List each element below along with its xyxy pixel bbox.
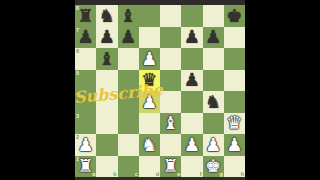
piece-white-pawn-a2[interactable]: ♟ xyxy=(75,134,96,156)
square-f5[interactable]: ♟ xyxy=(181,70,202,92)
square-c6[interactable] xyxy=(118,48,139,70)
rank-label-1: 1 xyxy=(76,156,79,162)
square-f6[interactable] xyxy=(181,48,202,70)
square-e4[interactable] xyxy=(160,91,181,113)
square-a5[interactable]: 5 xyxy=(75,70,96,92)
left-letterbox-bar xyxy=(0,0,75,180)
piece-black-pawn-f7[interactable]: ♟ xyxy=(181,27,202,49)
square-b5[interactable] xyxy=(96,70,117,92)
square-g8[interactable] xyxy=(203,5,224,27)
square-f1[interactable]: f xyxy=(181,156,202,178)
square-g5[interactable] xyxy=(203,70,224,92)
square-d4[interactable]: ♟ xyxy=(139,91,160,113)
square-b7[interactable]: ♟ xyxy=(96,27,117,49)
square-f2[interactable]: ♟ xyxy=(181,134,202,156)
square-f8[interactable] xyxy=(181,5,202,27)
square-f4[interactable] xyxy=(181,91,202,113)
square-f7[interactable]: ♟ xyxy=(181,27,202,49)
rank-label-7: 7 xyxy=(76,27,79,33)
piece-black-pawn-f5[interactable]: ♟ xyxy=(181,70,202,92)
square-g4[interactable]: ♞ xyxy=(203,91,224,113)
square-e2[interactable] xyxy=(160,134,181,156)
square-d3[interactable] xyxy=(139,113,160,135)
square-e6[interactable] xyxy=(160,48,181,70)
rank-label-6: 6 xyxy=(76,48,79,54)
right-letterbox-bar xyxy=(245,0,320,180)
square-h6[interactable] xyxy=(224,48,245,70)
square-b2[interactable] xyxy=(96,134,117,156)
square-d7[interactable] xyxy=(139,27,160,49)
file-label-g: g xyxy=(219,171,222,177)
chess-board[interactable]: 8♜♞♝♚7♟♟♟♟♟6♝♟5♛♟4♟♞3♝♛2♟♞♟♟♟1a♜bcde♜fg♚… xyxy=(75,5,245,177)
piece-white-rook-a1[interactable]: ♜ xyxy=(75,156,96,178)
square-a6[interactable]: 6 xyxy=(75,48,96,70)
square-g2[interactable]: ♟ xyxy=(203,134,224,156)
square-e7[interactable] xyxy=(160,27,181,49)
piece-black-queen-d5[interactable]: ♛ xyxy=(139,70,160,92)
piece-black-pawn-g7[interactable]: ♟ xyxy=(203,27,224,49)
video-frame: 8♜♞♝♚7♟♟♟♟♟6♝♟5♛♟4♟♞3♝♛2♟♞♟♟♟1a♜bcde♜fg♚… xyxy=(0,0,320,180)
piece-white-knight-d2[interactable]: ♞ xyxy=(139,134,160,156)
piece-black-pawn-b7[interactable]: ♟ xyxy=(96,27,117,49)
square-c3[interactable] xyxy=(118,113,139,135)
file-label-a: a xyxy=(92,171,95,177)
square-h7[interactable] xyxy=(224,27,245,49)
rank-label-2: 2 xyxy=(76,134,79,140)
file-label-f: f xyxy=(200,171,202,177)
piece-black-bishop-b6[interactable]: ♝ xyxy=(96,48,117,70)
square-g6[interactable] xyxy=(203,48,224,70)
piece-white-pawn-d6[interactable]: ♟ xyxy=(139,48,160,70)
bottom-ui-bar xyxy=(75,177,245,180)
square-c2[interactable] xyxy=(118,134,139,156)
square-f3[interactable] xyxy=(181,113,202,135)
file-label-b: b xyxy=(113,171,116,177)
file-label-h: h xyxy=(241,171,244,177)
square-b6[interactable]: ♝ xyxy=(96,48,117,70)
square-b8[interactable]: ♞ xyxy=(96,5,117,27)
square-g1[interactable]: g♚ xyxy=(203,156,224,178)
square-d8[interactable] xyxy=(139,5,160,27)
piece-black-pawn-c7[interactable]: ♟ xyxy=(118,27,139,49)
file-label-c: c xyxy=(135,171,138,177)
square-a3[interactable]: 3 xyxy=(75,113,96,135)
file-label-e: e xyxy=(177,171,180,177)
piece-black-rook-a8[interactable]: ♜ xyxy=(75,5,96,27)
piece-black-knight-g4[interactable]: ♞ xyxy=(203,91,224,113)
square-d6[interactable]: ♟ xyxy=(139,48,160,70)
square-e1[interactable]: e♜ xyxy=(160,156,181,178)
square-d2[interactable]: ♞ xyxy=(139,134,160,156)
square-d1[interactable]: d xyxy=(139,156,160,178)
square-h4[interactable] xyxy=(224,91,245,113)
square-b1[interactable]: b xyxy=(96,156,117,178)
square-d5[interactable]: ♛ xyxy=(139,70,160,92)
rank-label-3: 3 xyxy=(76,113,79,119)
piece-white-king-g1[interactable]: ♚ xyxy=(203,156,224,178)
square-e5[interactable] xyxy=(160,70,181,92)
piece-white-pawn-g2[interactable]: ♟ xyxy=(203,134,224,156)
square-a8[interactable]: 8♜ xyxy=(75,5,96,27)
square-g3[interactable] xyxy=(203,113,224,135)
square-a4[interactable]: 4 xyxy=(75,91,96,113)
piece-black-knight-b8[interactable]: ♞ xyxy=(96,5,117,27)
piece-black-king-h8[interactable]: ♚ xyxy=(224,5,245,27)
piece-black-pawn-a7[interactable]: ♟ xyxy=(75,27,96,49)
square-a1[interactable]: 1a♜ xyxy=(75,156,96,178)
piece-white-queen-h3[interactable]: ♛ xyxy=(224,113,245,135)
rank-label-8: 8 xyxy=(76,5,79,11)
square-h8[interactable]: ♚ xyxy=(224,5,245,27)
piece-white-pawn-h2[interactable]: ♟ xyxy=(224,134,245,156)
square-a7[interactable]: 7♟ xyxy=(75,27,96,49)
square-c4[interactable] xyxy=(118,91,139,113)
square-h2[interactable]: ♟ xyxy=(224,134,245,156)
square-c1[interactable]: c xyxy=(118,156,139,178)
square-h1[interactable]: h xyxy=(224,156,245,178)
rank-label-4: 4 xyxy=(76,91,79,97)
piece-white-bishop-e3[interactable]: ♝ xyxy=(160,113,181,135)
square-b4[interactable] xyxy=(96,91,117,113)
square-c7[interactable]: ♟ xyxy=(118,27,139,49)
piece-black-bishop-c8[interactable]: ♝ xyxy=(118,5,139,27)
rank-label-5: 5 xyxy=(76,70,79,76)
square-b3[interactable] xyxy=(96,113,117,135)
square-a2[interactable]: 2♟ xyxy=(75,134,96,156)
file-label-d: d xyxy=(156,171,159,177)
square-e3[interactable]: ♝ xyxy=(160,113,181,135)
piece-white-pawn-f2[interactable]: ♟ xyxy=(181,134,202,156)
square-g7[interactable]: ♟ xyxy=(203,27,224,49)
square-e8[interactable] xyxy=(160,5,181,27)
square-c5[interactable] xyxy=(118,70,139,92)
piece-white-pawn-d4[interactable]: ♟ xyxy=(139,91,160,113)
square-c8[interactable]: ♝ xyxy=(118,5,139,27)
square-h3[interactable]: ♛ xyxy=(224,113,245,135)
square-h5[interactable] xyxy=(224,70,245,92)
piece-white-rook-e1[interactable]: ♜ xyxy=(160,156,181,178)
